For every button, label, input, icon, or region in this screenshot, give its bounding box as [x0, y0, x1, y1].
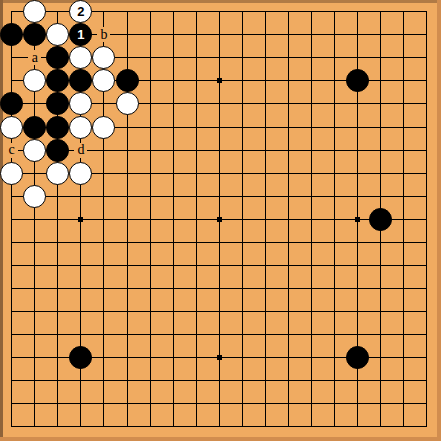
white-stone	[116, 92, 139, 115]
white-stone	[92, 116, 115, 139]
grid-line-vertical	[288, 11, 289, 427]
white-stone	[69, 92, 92, 115]
grid-line-vertical	[311, 11, 312, 427]
black-stone	[23, 23, 46, 46]
board-frame-bottom	[0, 437, 441, 441]
grid-line-vertical	[265, 11, 266, 427]
move-number-2: 2	[77, 5, 84, 18]
black-stone	[69, 69, 92, 92]
star-point	[217, 355, 222, 360]
black-stone	[46, 46, 69, 69]
black-stone	[69, 346, 92, 369]
star-point	[78, 217, 83, 222]
white-stone	[69, 162, 92, 185]
white-stone	[23, 139, 46, 162]
grid-line-horizontal	[11, 265, 427, 266]
move-2-stone: 2	[69, 0, 92, 23]
black-stone	[46, 139, 69, 162]
grid-line-horizontal	[11, 403, 427, 404]
grid-line-horizontal	[11, 311, 427, 312]
white-stone	[46, 162, 69, 185]
black-stone	[0, 23, 23, 46]
board-frame-right	[437, 0, 441, 441]
white-stone	[69, 116, 92, 139]
go-board[interactable]: abcd21	[0, 0, 441, 441]
star-point	[217, 217, 222, 222]
star-point	[217, 78, 222, 83]
grid-line-vertical	[426, 11, 427, 427]
black-stone	[46, 116, 69, 139]
grid-line-horizontal	[11, 288, 427, 289]
black-stone	[23, 116, 46, 139]
white-stone	[0, 162, 23, 185]
board-frame-top	[0, 0, 441, 3]
label-c: c	[5, 143, 18, 158]
white-stone	[46, 23, 69, 46]
white-stone	[0, 116, 23, 139]
grid-line-horizontal	[11, 334, 427, 335]
label-a: a	[28, 50, 41, 65]
black-stone	[0, 92, 23, 115]
grid-line-horizontal	[11, 426, 427, 427]
white-stone	[92, 46, 115, 69]
white-stone	[23, 0, 46, 23]
white-stone	[23, 185, 46, 208]
label-b: b	[97, 27, 110, 42]
white-stone	[69, 46, 92, 69]
black-stone	[346, 346, 369, 369]
grid-line-vertical	[242, 11, 243, 427]
board-frame-left	[0, 0, 3, 441]
grid-line-vertical	[334, 11, 335, 427]
black-stone	[116, 69, 139, 92]
move-number-1: 1	[77, 28, 84, 41]
white-stone	[23, 69, 46, 92]
grid-line-vertical	[403, 11, 404, 427]
move-1-stone: 1	[69, 23, 92, 46]
black-stone	[369, 208, 392, 231]
label-d: d	[74, 143, 87, 158]
black-stone	[46, 69, 69, 92]
grid-line-horizontal	[11, 242, 427, 243]
star-point	[355, 217, 360, 222]
black-stone	[46, 92, 69, 115]
black-stone	[346, 69, 369, 92]
grid-line-horizontal	[11, 380, 427, 381]
white-stone	[92, 69, 115, 92]
